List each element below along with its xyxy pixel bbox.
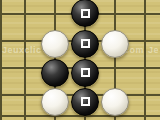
- black-stone[interactable]: [71, 59, 99, 87]
- black-stone[interactable]: [71, 88, 99, 116]
- black-stone[interactable]: [41, 59, 69, 87]
- white-stone[interactable]: [41, 88, 69, 116]
- black-stone[interactable]: [71, 30, 99, 58]
- white-stone[interactable]: [41, 30, 69, 58]
- white-stone[interactable]: [101, 30, 129, 58]
- square-marker-icon: [81, 39, 90, 48]
- black-stone[interactable]: [71, 0, 99, 27]
- board-line-vertical: [0, 0, 2, 120]
- go-board[interactable]: [10, 0, 160, 120]
- square-marker-icon: [81, 68, 90, 77]
- square-marker-icon: [81, 9, 90, 18]
- go-board-screen: JeuxclicGamcomJe: [0, 0, 160, 120]
- square-marker-icon: [81, 97, 90, 106]
- white-stone[interactable]: [101, 88, 129, 116]
